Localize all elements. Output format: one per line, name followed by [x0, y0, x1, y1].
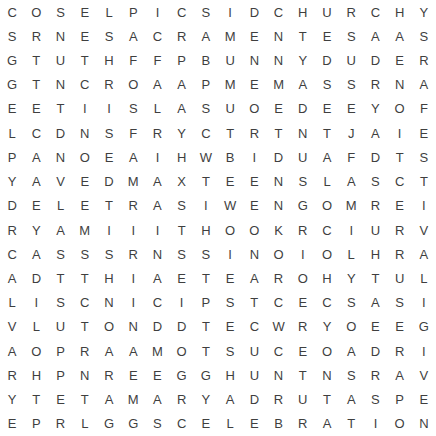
grid-cell[interactable]: S: [339, 24, 363, 48]
grid-cell[interactable]: D: [48, 121, 72, 145]
grid-cell[interactable]: A: [291, 73, 315, 97]
grid-cell[interactable]: D: [315, 48, 339, 72]
grid-cell[interactable]: M: [339, 194, 363, 218]
grid-cell[interactable]: A: [121, 145, 145, 169]
grid-cell[interactable]: H: [24, 363, 48, 387]
grid-cell[interactable]: L: [0, 121, 24, 145]
grid-cell[interactable]: T: [194, 315, 218, 339]
grid-cell[interactable]: T: [73, 315, 97, 339]
grid-cell[interactable]: I: [97, 97, 121, 121]
grid-cell[interactable]: I: [73, 97, 97, 121]
grid-cell[interactable]: A: [145, 194, 169, 218]
grid-cell[interactable]: M: [121, 388, 145, 412]
grid-cell[interactable]: I: [412, 194, 436, 218]
grid-cell[interactable]: D: [242, 388, 266, 412]
grid-cell[interactable]: Y: [24, 218, 48, 242]
grid-cell[interactable]: P: [48, 363, 72, 387]
grid-cell[interactable]: A: [24, 242, 48, 266]
grid-cell[interactable]: D: [0, 194, 24, 218]
grid-cell[interactable]: R: [266, 266, 290, 290]
grid-cell[interactable]: R: [170, 388, 194, 412]
grid-cell[interactable]: A: [339, 388, 363, 412]
grid-cell[interactable]: L: [97, 0, 121, 24]
grid-cell[interactable]: A: [0, 339, 24, 363]
grid-cell[interactable]: S: [48, 0, 72, 24]
grid-cell[interactable]: S: [194, 242, 218, 266]
grid-cell[interactable]: C: [266, 291, 290, 315]
grid-cell[interactable]: P: [170, 48, 194, 72]
grid-cell[interactable]: S: [97, 121, 121, 145]
grid-cell[interactable]: B: [194, 48, 218, 72]
grid-cell[interactable]: R: [388, 242, 412, 266]
grid-cell[interactable]: G: [170, 363, 194, 387]
grid-cell[interactable]: I: [24, 291, 48, 315]
grid-cell[interactable]: I: [145, 145, 169, 169]
grid-cell[interactable]: H: [170, 145, 194, 169]
grid-cell[interactable]: A: [48, 218, 72, 242]
grid-cell[interactable]: C: [170, 0, 194, 24]
grid-cell[interactable]: I: [145, 0, 169, 24]
grid-cell[interactable]: E: [0, 412, 24, 436]
grid-cell[interactable]: N: [145, 242, 169, 266]
grid-cell[interactable]: A: [145, 266, 169, 290]
grid-cell[interactable]: R: [121, 194, 145, 218]
grid-cell[interactable]: N: [266, 48, 290, 72]
grid-cell[interactable]: U: [291, 145, 315, 169]
grid-cell[interactable]: I: [170, 291, 194, 315]
grid-cell[interactable]: O: [315, 339, 339, 363]
grid-cell[interactable]: D: [291, 97, 315, 121]
grid-cell[interactable]: O: [315, 194, 339, 218]
grid-cell[interactable]: X: [170, 170, 194, 194]
grid-cell[interactable]: E: [194, 412, 218, 436]
grid-cell[interactable]: A: [97, 388, 121, 412]
grid-cell[interactable]: R: [97, 363, 121, 387]
grid-cell[interactable]: U: [242, 363, 266, 387]
grid-cell[interactable]: C: [73, 291, 97, 315]
grid-cell[interactable]: S: [121, 97, 145, 121]
grid-cell[interactable]: E: [145, 363, 169, 387]
grid-cell[interactable]: I: [145, 218, 169, 242]
grid-cell[interactable]: O: [242, 218, 266, 242]
grid-cell[interactable]: K: [266, 218, 290, 242]
grid-cell[interactable]: F: [121, 121, 145, 145]
grid-cell[interactable]: O: [218, 218, 242, 242]
grid-cell[interactable]: Y: [0, 388, 24, 412]
grid-cell[interactable]: O: [388, 97, 412, 121]
grid-cell[interactable]: L: [73, 412, 97, 436]
grid-cell[interactable]: C: [266, 339, 290, 363]
grid-cell[interactable]: A: [170, 97, 194, 121]
grid-cell[interactable]: D: [363, 339, 387, 363]
grid-cell[interactable]: E: [218, 266, 242, 290]
grid-cell[interactable]: A: [339, 339, 363, 363]
grid-cell[interactable]: R: [291, 218, 315, 242]
grid-cell[interactable]: A: [24, 170, 48, 194]
grid-cell[interactable]: N: [291, 121, 315, 145]
grid-cell[interactable]: U: [48, 48, 72, 72]
grid-cell[interactable]: R: [24, 24, 48, 48]
grid-cell[interactable]: Y: [0, 170, 24, 194]
grid-cell[interactable]: E: [242, 412, 266, 436]
grid-cell[interactable]: S: [315, 73, 339, 97]
grid-cell[interactable]: E: [242, 24, 266, 48]
grid-cell[interactable]: Y: [291, 48, 315, 72]
grid-cell[interactable]: E: [73, 0, 97, 24]
grid-cell[interactable]: O: [170, 339, 194, 363]
grid-cell[interactable]: I: [339, 218, 363, 242]
grid-cell[interactable]: S: [73, 242, 97, 266]
grid-cell[interactable]: R: [121, 242, 145, 266]
grid-cell[interactable]: S: [339, 73, 363, 97]
grid-cell[interactable]: H: [194, 218, 218, 242]
grid-cell[interactable]: L: [339, 242, 363, 266]
grid-cell[interactable]: A: [194, 24, 218, 48]
grid-cell[interactable]: A: [145, 73, 169, 97]
grid-cell[interactable]: J: [339, 121, 363, 145]
grid-cell[interactable]: C: [194, 121, 218, 145]
grid-cell[interactable]: N: [266, 170, 290, 194]
grid-cell[interactable]: R: [412, 48, 436, 72]
grid-cell[interactable]: R: [145, 121, 169, 145]
grid-cell[interactable]: E: [24, 97, 48, 121]
grid-cell[interactable]: S: [97, 24, 121, 48]
grid-cell[interactable]: C: [0, 242, 24, 266]
grid-cell[interactable]: V: [412, 363, 436, 387]
grid-cell[interactable]: Y: [363, 97, 387, 121]
grid-cell[interactable]: A: [121, 24, 145, 48]
grid-cell[interactable]: M: [121, 170, 145, 194]
grid-cell[interactable]: L: [145, 97, 169, 121]
grid-cell[interactable]: R: [242, 121, 266, 145]
grid-cell[interactable]: T: [315, 121, 339, 145]
grid-cell[interactable]: A: [315, 412, 339, 436]
grid-cell[interactable]: S: [48, 291, 72, 315]
grid-cell[interactable]: R: [97, 73, 121, 97]
grid-cell[interactable]: G: [0, 48, 24, 72]
grid-cell[interactable]: U: [388, 266, 412, 290]
grid-cell[interactable]: S: [339, 291, 363, 315]
grid-cell[interactable]: N: [315, 363, 339, 387]
grid-cell[interactable]: A: [388, 363, 412, 387]
grid-cell[interactable]: I: [412, 291, 436, 315]
grid-cell[interactable]: E: [291, 291, 315, 315]
grid-cell[interactable]: S: [412, 24, 436, 48]
grid-cell[interactable]: T: [24, 388, 48, 412]
grid-cell[interactable]: E: [266, 97, 290, 121]
grid-cell[interactable]: T: [194, 339, 218, 363]
grid-cell[interactable]: S: [145, 412, 169, 436]
grid-cell[interactable]: E: [48, 388, 72, 412]
grid-cell[interactable]: L: [0, 291, 24, 315]
grid-cell[interactable]: S: [291, 170, 315, 194]
grid-cell[interactable]: W: [266, 315, 290, 339]
grid-cell[interactable]: E: [412, 388, 436, 412]
grid-cell[interactable]: E: [73, 24, 97, 48]
grid-cell[interactable]: R: [291, 315, 315, 339]
grid-cell[interactable]: V: [48, 170, 72, 194]
grid-cell[interactable]: E: [388, 315, 412, 339]
grid-cell[interactable]: C: [266, 0, 290, 24]
grid-cell[interactable]: N: [97, 291, 121, 315]
grid-cell[interactable]: O: [315, 242, 339, 266]
grid-cell[interactable]: Y: [315, 315, 339, 339]
grid-cell[interactable]: D: [24, 266, 48, 290]
grid-cell[interactable]: E: [363, 315, 387, 339]
grid-cell[interactable]: F: [145, 48, 169, 72]
grid-cell[interactable]: R: [363, 73, 387, 97]
grid-cell[interactable]: O: [24, 0, 48, 24]
grid-cell[interactable]: I: [218, 0, 242, 24]
grid-cell[interactable]: G: [194, 363, 218, 387]
grid-cell[interactable]: P: [0, 145, 24, 169]
grid-cell[interactable]: N: [242, 242, 266, 266]
grid-cell[interactable]: A: [363, 24, 387, 48]
grid-cell[interactable]: T: [48, 266, 72, 290]
grid-cell[interactable]: S: [0, 24, 24, 48]
grid-cell[interactable]: N: [121, 315, 145, 339]
grid-cell[interactable]: D: [170, 315, 194, 339]
grid-cell[interactable]: L: [315, 170, 339, 194]
grid-cell[interactable]: H: [97, 266, 121, 290]
grid-cell[interactable]: A: [412, 73, 436, 97]
grid-cell[interactable]: N: [388, 73, 412, 97]
grid-cell[interactable]: E: [73, 194, 97, 218]
grid-cell[interactable]: L: [24, 315, 48, 339]
grid-cell[interactable]: I: [218, 242, 242, 266]
grid-cell[interactable]: E: [242, 194, 266, 218]
grid-cell[interactable]: T: [412, 170, 436, 194]
grid-cell[interactable]: R: [388, 339, 412, 363]
grid-cell[interactable]: I: [388, 121, 412, 145]
grid-cell[interactable]: A: [339, 170, 363, 194]
grid-cell[interactable]: F: [121, 48, 145, 72]
grid-cell[interactable]: D: [145, 315, 169, 339]
grid-cell[interactable]: T: [388, 145, 412, 169]
grid-cell[interactable]: T: [73, 48, 97, 72]
grid-cell[interactable]: R: [48, 412, 72, 436]
grid-cell[interactable]: E: [315, 97, 339, 121]
grid-cell[interactable]: E: [24, 194, 48, 218]
grid-cell[interactable]: E: [339, 97, 363, 121]
grid-cell[interactable]: R: [0, 363, 24, 387]
grid-cell[interactable]: N: [412, 412, 436, 436]
grid-cell[interactable]: C: [170, 412, 194, 436]
grid-cell[interactable]: I: [242, 145, 266, 169]
grid-cell[interactable]: G: [121, 412, 145, 436]
grid-cell[interactable]: L: [218, 412, 242, 436]
grid-cell[interactable]: T: [170, 218, 194, 242]
grid-cell[interactable]: S: [97, 242, 121, 266]
grid-cell[interactable]: P: [388, 388, 412, 412]
grid-cell[interactable]: T: [48, 97, 72, 121]
grid-cell[interactable]: T: [315, 388, 339, 412]
grid-cell[interactable]: G: [97, 412, 121, 436]
grid-cell[interactable]: E: [97, 145, 121, 169]
grid-cell[interactable]: V: [412, 218, 436, 242]
grid-cell[interactable]: S: [218, 291, 242, 315]
grid-cell[interactable]: D: [266, 145, 290, 169]
grid-cell[interactable]: A: [363, 291, 387, 315]
grid-cell[interactable]: A: [97, 339, 121, 363]
grid-cell[interactable]: S: [388, 291, 412, 315]
grid-cell[interactable]: C: [24, 121, 48, 145]
grid-cell[interactable]: M: [73, 218, 97, 242]
grid-cell[interactable]: D: [363, 48, 387, 72]
grid-cell[interactable]: A: [121, 339, 145, 363]
grid-cell[interactable]: I: [291, 242, 315, 266]
grid-cell[interactable]: S: [363, 170, 387, 194]
grid-cell[interactable]: U: [242, 339, 266, 363]
grid-cell[interactable]: O: [291, 266, 315, 290]
grid-cell[interactable]: O: [121, 73, 145, 97]
grid-cell[interactable]: S: [363, 388, 387, 412]
grid-cell[interactable]: S: [48, 242, 72, 266]
grid-cell[interactable]: N: [48, 24, 72, 48]
grid-cell[interactable]: R: [0, 218, 24, 242]
grid-cell[interactable]: N: [48, 73, 72, 97]
grid-cell[interactable]: H: [388, 0, 412, 24]
grid-cell[interactable]: L: [48, 194, 72, 218]
grid-cell[interactable]: C: [388, 170, 412, 194]
grid-cell[interactable]: R: [291, 412, 315, 436]
grid-cell[interactable]: S: [170, 194, 194, 218]
grid-cell[interactable]: I: [121, 266, 145, 290]
grid-cell[interactable]: F: [339, 145, 363, 169]
grid-cell[interactable]: R: [363, 194, 387, 218]
grid-cell[interactable]: H: [363, 242, 387, 266]
grid-cell[interactable]: U: [339, 48, 363, 72]
grid-cell[interactable]: T: [291, 363, 315, 387]
grid-cell[interactable]: B: [218, 145, 242, 169]
grid-cell[interactable]: A: [388, 24, 412, 48]
grid-cell[interactable]: T: [363, 266, 387, 290]
grid-cell[interactable]: A: [24, 145, 48, 169]
grid-cell[interactable]: T: [339, 412, 363, 436]
grid-cell[interactable]: N: [73, 121, 97, 145]
grid-cell[interactable]: P: [121, 0, 145, 24]
grid-cell[interactable]: G: [291, 194, 315, 218]
grid-cell[interactable]: P: [24, 412, 48, 436]
grid-cell[interactable]: T: [24, 48, 48, 72]
grid-cell[interactable]: A: [363, 121, 387, 145]
grid-cell[interactable]: F: [412, 97, 436, 121]
grid-cell[interactable]: N: [242, 48, 266, 72]
grid-cell[interactable]: C: [242, 315, 266, 339]
grid-cell[interactable]: R: [73, 339, 97, 363]
grid-cell[interactable]: A: [218, 388, 242, 412]
grid-cell[interactable]: E: [0, 97, 24, 121]
grid-cell[interactable]: C: [145, 291, 169, 315]
grid-cell[interactable]: E: [218, 315, 242, 339]
grid-cell[interactable]: R: [388, 218, 412, 242]
grid-cell[interactable]: Y: [339, 266, 363, 290]
grid-cell[interactable]: E: [121, 363, 145, 387]
grid-cell[interactable]: U: [315, 0, 339, 24]
grid-cell[interactable]: E: [412, 121, 436, 145]
grid-cell[interactable]: E: [315, 24, 339, 48]
grid-cell[interactable]: N: [48, 145, 72, 169]
grid-cell[interactable]: C: [315, 218, 339, 242]
grid-cell[interactable]: P: [48, 339, 72, 363]
grid-cell[interactable]: O: [242, 97, 266, 121]
grid-cell[interactable]: B: [266, 412, 290, 436]
grid-cell[interactable]: T: [194, 266, 218, 290]
grid-cell[interactable]: P: [194, 291, 218, 315]
grid-cell[interactable]: E: [291, 339, 315, 363]
grid-cell[interactable]: A: [412, 242, 436, 266]
grid-cell[interactable]: E: [388, 48, 412, 72]
grid-cell[interactable]: S: [339, 363, 363, 387]
grid-cell[interactable]: S: [412, 145, 436, 169]
grid-cell[interactable]: S: [194, 97, 218, 121]
grid-cell[interactable]: T: [73, 266, 97, 290]
grid-cell[interactable]: T: [242, 291, 266, 315]
grid-cell[interactable]: C: [315, 291, 339, 315]
grid-cell[interactable]: S: [170, 242, 194, 266]
grid-cell[interactable]: C: [363, 0, 387, 24]
grid-cell[interactable]: H: [315, 266, 339, 290]
grid-cell[interactable]: U: [363, 218, 387, 242]
grid-cell[interactable]: N: [73, 363, 97, 387]
grid-cell[interactable]: H: [218, 363, 242, 387]
grid-cell[interactable]: E: [170, 266, 194, 290]
grid-cell[interactable]: E: [218, 170, 242, 194]
grid-cell[interactable]: A: [242, 266, 266, 290]
grid-cell[interactable]: U: [291, 388, 315, 412]
grid-cell[interactable]: T: [24, 73, 48, 97]
grid-cell[interactable]: E: [242, 170, 266, 194]
grid-cell[interactable]: M: [145, 339, 169, 363]
grid-cell[interactable]: E: [242, 73, 266, 97]
grid-cell[interactable]: M: [218, 73, 242, 97]
grid-cell[interactable]: N: [266, 194, 290, 218]
grid-cell[interactable]: R: [363, 363, 387, 387]
grid-cell[interactable]: W: [218, 194, 242, 218]
grid-cell[interactable]: I: [121, 291, 145, 315]
grid-cell[interactable]: R: [266, 388, 290, 412]
grid-cell[interactable]: S: [194, 0, 218, 24]
grid-cell[interactable]: M: [266, 73, 290, 97]
grid-cell[interactable]: L: [412, 266, 436, 290]
grid-cell[interactable]: M: [218, 24, 242, 48]
grid-cell[interactable]: Y: [194, 388, 218, 412]
grid-cell[interactable]: T: [266, 121, 290, 145]
grid-cell[interactable]: C: [145, 24, 169, 48]
grid-cell[interactable]: G: [412, 315, 436, 339]
grid-cell[interactable]: W: [194, 145, 218, 169]
grid-cell[interactable]: E: [388, 194, 412, 218]
grid-cell[interactable]: D: [242, 0, 266, 24]
grid-cell[interactable]: R: [170, 24, 194, 48]
grid-cell[interactable]: P: [194, 73, 218, 97]
grid-cell[interactable]: A: [315, 145, 339, 169]
grid-cell[interactable]: T: [73, 388, 97, 412]
grid-cell[interactable]: O: [339, 315, 363, 339]
grid-cell[interactable]: T: [291, 24, 315, 48]
grid-cell[interactable]: O: [73, 145, 97, 169]
grid-cell[interactable]: U: [218, 48, 242, 72]
grid-cell[interactable]: H: [291, 0, 315, 24]
grid-cell[interactable]: I: [363, 412, 387, 436]
grid-cell[interactable]: I: [412, 339, 436, 363]
grid-cell[interactable]: A: [170, 73, 194, 97]
grid-cell[interactable]: D: [97, 170, 121, 194]
grid-cell[interactable]: E: [73, 170, 97, 194]
grid-cell[interactable]: T: [218, 121, 242, 145]
grid-cell[interactable]: S: [218, 339, 242, 363]
grid-cell[interactable]: N: [266, 24, 290, 48]
